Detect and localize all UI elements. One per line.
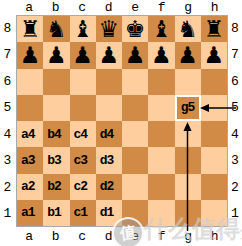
square-b7: ♟ bbox=[43, 42, 69, 68]
black-bishop: ♝ bbox=[148, 16, 174, 42]
square-d4: d4 bbox=[96, 121, 122, 147]
square-b3: b3 bbox=[43, 147, 69, 173]
file-label-bottom-e: e bbox=[122, 229, 149, 244]
black-pawn: ♟ bbox=[96, 42, 122, 68]
square-coordinate-label-b1: b1 bbox=[43, 205, 61, 220]
black-knight: ♞ bbox=[175, 16, 201, 42]
black-pawn: ♟ bbox=[17, 42, 43, 68]
square-e1 bbox=[122, 200, 148, 226]
rank-label-left-3: 3 bbox=[0, 148, 15, 175]
square-a3: a3 bbox=[17, 147, 43, 173]
square-b1: b1 bbox=[43, 200, 69, 226]
square-a1: a1 bbox=[17, 200, 43, 226]
square-b8: ♞ bbox=[43, 16, 69, 42]
square-coordinate-label-d1: d1 bbox=[96, 205, 114, 220]
highlighted-square-label: g5 bbox=[175, 100, 201, 115]
square-h6 bbox=[201, 69, 227, 95]
square-g7: ♟ bbox=[175, 42, 201, 68]
file-label-top-g: g bbox=[175, 0, 202, 15]
square-d5 bbox=[96, 95, 122, 121]
black-bishop: ♝ bbox=[70, 16, 96, 42]
square-e5 bbox=[122, 95, 148, 121]
ranks-left: 87654321 bbox=[0, 15, 15, 227]
file-label-top-c: c bbox=[69, 0, 96, 15]
square-coordinate-label-b4: b4 bbox=[43, 127, 61, 142]
square-coordinate-label-d4: d4 bbox=[96, 127, 114, 142]
ranks-right: 87654321 bbox=[228, 15, 242, 227]
square-b2: b2 bbox=[43, 174, 69, 200]
black-pawn: ♟ bbox=[122, 42, 148, 68]
square-coordinate-label-c2: c2 bbox=[70, 179, 88, 194]
square-g4 bbox=[175, 121, 201, 147]
square-g5: g5 bbox=[175, 95, 201, 121]
rank-label-right-4: 4 bbox=[228, 121, 242, 148]
square-b4: b4 bbox=[43, 121, 69, 147]
square-h4 bbox=[201, 121, 227, 147]
rank-label-right-5: 5 bbox=[228, 95, 242, 122]
file-label-top-f: f bbox=[149, 0, 176, 15]
square-d7: ♟ bbox=[96, 42, 122, 68]
black-knight: ♞ bbox=[43, 16, 69, 42]
black-rook: ♜ bbox=[201, 16, 227, 42]
square-e7: ♟ bbox=[122, 42, 148, 68]
square-coordinate-label-d3: d3 bbox=[96, 153, 114, 168]
rank-label-right-7: 7 bbox=[228, 42, 242, 69]
rank-label-right-8: 8 bbox=[228, 15, 242, 42]
square-f7: ♟ bbox=[148, 42, 174, 68]
file-label-top-h: h bbox=[202, 0, 229, 15]
square-g3 bbox=[175, 147, 201, 173]
square-coordinate-label-c4: c4 bbox=[70, 127, 88, 142]
square-c5 bbox=[70, 95, 96, 121]
square-e4 bbox=[122, 121, 148, 147]
files-bottom: abcdefgh bbox=[16, 229, 228, 244]
square-coordinate-label-a4: a4 bbox=[17, 127, 35, 142]
black-pawn: ♟ bbox=[201, 42, 227, 68]
square-g8: ♞ bbox=[175, 16, 201, 42]
square-h2 bbox=[201, 174, 227, 200]
file-label-top-b: b bbox=[43, 0, 70, 15]
square-a7: ♟ bbox=[17, 42, 43, 68]
file-label-bottom-b: b bbox=[43, 229, 70, 244]
square-e2 bbox=[122, 174, 148, 200]
file-label-bottom-d: d bbox=[96, 229, 123, 244]
square-g6 bbox=[175, 69, 201, 95]
square-coordinate-label-c1: c1 bbox=[70, 205, 88, 220]
black-king: ♚ bbox=[122, 16, 148, 42]
file-label-bottom-a: a bbox=[16, 229, 43, 244]
square-d2: d2 bbox=[96, 174, 122, 200]
square-b5 bbox=[43, 95, 69, 121]
rank-label-right-2: 2 bbox=[228, 174, 242, 201]
square-d3: d3 bbox=[96, 147, 122, 173]
square-h1 bbox=[201, 200, 227, 226]
square-a4: a4 bbox=[17, 121, 43, 147]
square-c3: c3 bbox=[70, 147, 96, 173]
rank-label-right-3: 3 bbox=[228, 148, 242, 175]
square-coordinate-label-b2: b2 bbox=[43, 179, 61, 194]
black-pawn: ♟ bbox=[70, 42, 96, 68]
square-f4 bbox=[148, 121, 174, 147]
square-c2: c2 bbox=[70, 174, 96, 200]
square-coordinate-label-b3: b3 bbox=[43, 153, 61, 168]
file-label-bottom-h: h bbox=[202, 229, 229, 244]
black-pawn: ♟ bbox=[175, 42, 201, 68]
square-f1 bbox=[148, 200, 174, 226]
square-h7: ♟ bbox=[201, 42, 227, 68]
square-coordinate-label-a3: a3 bbox=[17, 153, 35, 168]
square-d1: d1 bbox=[96, 200, 122, 226]
square-c6 bbox=[70, 69, 96, 95]
square-a2: a2 bbox=[17, 174, 43, 200]
square-c7: ♟ bbox=[70, 42, 96, 68]
square-a6 bbox=[17, 69, 43, 95]
square-f5 bbox=[148, 95, 174, 121]
square-f8: ♝ bbox=[148, 16, 174, 42]
square-a8: ♜ bbox=[17, 16, 43, 42]
square-d8: ♛ bbox=[96, 16, 122, 42]
square-c4: c4 bbox=[70, 121, 96, 147]
rank-label-left-8: 8 bbox=[0, 15, 15, 42]
square-b6 bbox=[43, 69, 69, 95]
square-f3 bbox=[148, 147, 174, 173]
square-g2 bbox=[175, 174, 201, 200]
rank-label-right-1: 1 bbox=[228, 201, 242, 228]
rank-label-right-6: 6 bbox=[228, 68, 242, 95]
rank-label-left-7: 7 bbox=[0, 42, 15, 69]
square-coordinate-label-d2: d2 bbox=[96, 179, 114, 194]
black-pawn: ♟ bbox=[43, 42, 69, 68]
black-pawn: ♟ bbox=[148, 42, 174, 68]
square-h8: ♜ bbox=[201, 16, 227, 42]
black-rook: ♜ bbox=[17, 16, 43, 42]
square-d6 bbox=[96, 69, 122, 95]
files-top: abcdefgh bbox=[16, 0, 228, 15]
square-a5 bbox=[17, 95, 43, 121]
file-label-bottom-f: f bbox=[149, 229, 176, 244]
square-coordinate-label-a1: a1 bbox=[17, 205, 35, 220]
rank-label-left-2: 2 bbox=[0, 174, 15, 201]
file-label-bottom-g: g bbox=[175, 229, 202, 244]
square-coordinate-label-a2: a2 bbox=[17, 179, 35, 194]
square-e8: ♚ bbox=[122, 16, 148, 42]
square-c8: ♝ bbox=[70, 16, 96, 42]
file-label-top-e: e bbox=[122, 0, 149, 15]
square-coordinate-label-c3: c3 bbox=[70, 153, 88, 168]
square-e3 bbox=[122, 147, 148, 173]
square-f6 bbox=[148, 69, 174, 95]
square-h3 bbox=[201, 147, 227, 173]
black-queen: ♛ bbox=[96, 16, 122, 42]
rank-label-left-1: 1 bbox=[0, 201, 15, 228]
chess-coordinates-diagram: abcdefgh 87654321 87654321 abcdefgh ♜♞♝♛… bbox=[0, 0, 242, 246]
rank-label-left-4: 4 bbox=[0, 121, 15, 148]
square-g1 bbox=[175, 200, 201, 226]
file-label-top-d: d bbox=[96, 0, 123, 15]
square-f2 bbox=[148, 174, 174, 200]
square-c1: c1 bbox=[70, 200, 96, 226]
square-h5 bbox=[201, 95, 227, 121]
file-label-top-a: a bbox=[16, 0, 43, 15]
board: ♜♞♝♛♚♝♞♜♟♟♟♟♟♟♟♟g5a4b4c4d4a3b3c3d3a2b2c2… bbox=[16, 15, 228, 227]
square-e6 bbox=[122, 69, 148, 95]
rank-label-left-5: 5 bbox=[0, 95, 15, 122]
file-label-bottom-c: c bbox=[69, 229, 96, 244]
rank-label-left-6: 6 bbox=[0, 68, 15, 95]
